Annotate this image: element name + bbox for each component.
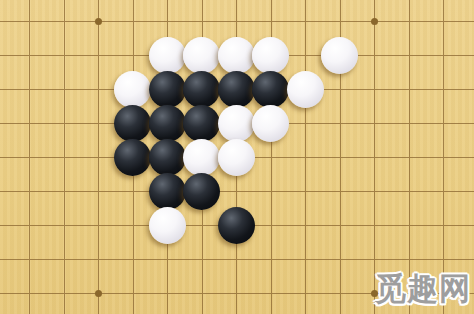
black-stone: [114, 105, 151, 142]
grid-cell: [374, 0, 409, 21]
black-stone: [183, 71, 220, 108]
grid-cell: [0, 293, 29, 314]
black-stone: [183, 173, 220, 210]
grid-cell: [29, 55, 64, 89]
grid-cell: [374, 89, 409, 123]
grid-cell: [443, 55, 474, 89]
grid-cell: [374, 191, 409, 225]
white-stone: [218, 139, 255, 176]
white-stone: [218, 37, 255, 74]
go-board: [0, 0, 474, 314]
grid-cell: [374, 225, 409, 259]
grid-cell: [374, 21, 409, 55]
grid-cell: [340, 293, 375, 314]
grid-cell: [29, 21, 64, 55]
grid-cell: [64, 55, 99, 89]
grid-cell: [340, 157, 375, 191]
grid-cell: [271, 0, 306, 21]
black-stone: [149, 71, 186, 108]
grid-cell: [98, 21, 133, 55]
grid-cell: [167, 0, 202, 21]
grid-cell: [29, 259, 64, 293]
white-stone: [321, 37, 358, 74]
grid-cell: [98, 0, 133, 21]
grid-cell: [305, 157, 340, 191]
grid-cell: [271, 259, 306, 293]
white-stone: [252, 37, 289, 74]
grid-cell: [236, 293, 271, 314]
grid-cell: [98, 259, 133, 293]
white-stone: [183, 37, 220, 74]
grid-cell: [409, 21, 444, 55]
grid-cell: [271, 157, 306, 191]
black-stone: [252, 71, 289, 108]
grid-cell: [340, 0, 375, 21]
grid-cell: [305, 225, 340, 259]
grid-cell: [0, 89, 29, 123]
star-point: [95, 290, 102, 297]
grid-cell: [98, 191, 133, 225]
grid-cell: [64, 0, 99, 21]
grid-cell: [443, 123, 474, 157]
white-stone: [114, 71, 151, 108]
grid-cell: [133, 259, 168, 293]
grid-cell: [236, 259, 271, 293]
grid-cell: [202, 0, 237, 21]
black-stone: [149, 139, 186, 176]
grid-cell: [133, 293, 168, 314]
grid-cell: [340, 191, 375, 225]
black-stone: [149, 105, 186, 142]
white-stone: [252, 105, 289, 142]
grid-cell: [443, 157, 474, 191]
black-stone: [114, 139, 151, 176]
grid-cell: [133, 0, 168, 21]
grid-cell: [443, 21, 474, 55]
grid-cell: [409, 191, 444, 225]
grid-cell: [64, 191, 99, 225]
grid-cell: [0, 225, 29, 259]
grid-cell: [409, 89, 444, 123]
board-photo: 觅趣网: [0, 0, 474, 314]
grid-cell: [305, 259, 340, 293]
white-stone: [218, 105, 255, 142]
grid-cell: [340, 259, 375, 293]
grid-cell: [167, 293, 202, 314]
grid-cell: [29, 123, 64, 157]
grid-cell: [409, 0, 444, 21]
grid-cell: [374, 55, 409, 89]
grid-cell: [64, 225, 99, 259]
black-stone: [218, 71, 255, 108]
white-stone: [183, 139, 220, 176]
grid-cell: [443, 191, 474, 225]
grid-cell: [202, 259, 237, 293]
grid-cell: [0, 123, 29, 157]
grid-cell: [29, 157, 64, 191]
grid-cell: [271, 191, 306, 225]
grid-cell: [409, 225, 444, 259]
grid-cell: [64, 89, 99, 123]
grid-cell: [64, 123, 99, 157]
grid-cell: [202, 293, 237, 314]
grid-cell: [409, 123, 444, 157]
grid-cell: [0, 157, 29, 191]
grid-cell: [340, 123, 375, 157]
grid-cell: [98, 293, 133, 314]
grid-cell: [340, 225, 375, 259]
grid-cell: [0, 0, 29, 21]
black-stone: [218, 207, 255, 244]
grid-cell: [0, 191, 29, 225]
white-stone: [287, 71, 324, 108]
grid-cell: [305, 0, 340, 21]
grid-cell: [409, 157, 444, 191]
grid-cell: [305, 293, 340, 314]
grid-cell: [305, 191, 340, 225]
grid-cell: [29, 225, 64, 259]
black-stone: [149, 173, 186, 210]
grid-cell: [443, 89, 474, 123]
grid-cell: [29, 0, 64, 21]
grid-cell: [29, 293, 64, 314]
grid-cell: [443, 0, 474, 21]
grid-cell: [340, 89, 375, 123]
white-stone: [149, 37, 186, 74]
grid-cell: [29, 89, 64, 123]
grid-cell: [64, 157, 99, 191]
grid-cell: [305, 123, 340, 157]
grid-cell: [236, 0, 271, 21]
grid-cell: [443, 225, 474, 259]
grid-cell: [409, 55, 444, 89]
grid-cell: [0, 259, 29, 293]
grid-cell: [271, 225, 306, 259]
grid-cell: [64, 293, 99, 314]
watermark-text: 觅趣网: [375, 268, 471, 310]
grid-cell: [64, 21, 99, 55]
grid-cell: [0, 21, 29, 55]
grid-cell: [29, 191, 64, 225]
star-point: [371, 18, 378, 25]
star-point: [95, 18, 102, 25]
grid-cell: [374, 157, 409, 191]
black-stone: [183, 105, 220, 142]
grid-cell: [271, 293, 306, 314]
white-stone: [149, 207, 186, 244]
grid-cell: [167, 259, 202, 293]
grid-cell: [64, 259, 99, 293]
grid-cell: [0, 55, 29, 89]
grid-cell: [374, 123, 409, 157]
grid-cell: [98, 225, 133, 259]
